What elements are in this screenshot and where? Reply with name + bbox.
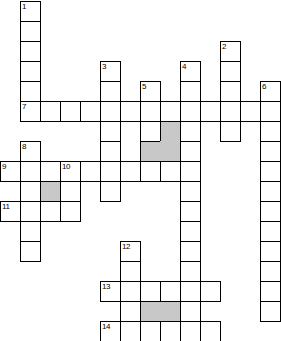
crossword-cell[interactable]	[60, 101, 81, 122]
crossword-cell[interactable]	[240, 101, 261, 122]
crossword-cell[interactable]	[260, 101, 281, 122]
crossword-cell[interactable]	[260, 281, 281, 302]
crossword-cell[interactable]	[180, 81, 201, 102]
crossword-cell[interactable]	[20, 221, 41, 242]
crossword-cell[interactable]	[260, 221, 281, 242]
crossword-cell[interactable]	[120, 161, 141, 182]
crossword-cell[interactable]	[180, 261, 201, 282]
crossword-cell[interactable]	[220, 81, 241, 102]
crossword-cell[interactable]	[40, 101, 61, 122]
crossword-cell[interactable]	[260, 201, 281, 222]
crossword-cell[interactable]	[20, 81, 41, 102]
crossword-grid: 1234567891011121314	[0, 1, 280, 341]
crossword-cell[interactable]	[80, 161, 101, 182]
crossword-cell[interactable]	[140, 281, 161, 302]
clue-number: 5	[142, 82, 146, 91]
crossword-cell[interactable]	[140, 121, 161, 142]
clue-number: 9	[2, 162, 6, 171]
clue-number: 7	[22, 102, 26, 111]
crossword-cell[interactable]	[20, 41, 41, 62]
crossword-cell[interactable]	[260, 241, 281, 262]
crossword-page: 1234567891011121314	[0, 0, 281, 341]
crossword-cell[interactable]	[180, 101, 201, 122]
crossword-cell[interactable]	[80, 101, 101, 122]
clue-number: 14	[102, 322, 110, 331]
crossword-cell[interactable]	[260, 181, 281, 202]
crossword-cell[interactable]	[180, 141, 201, 162]
crossword-cell[interactable]: 2	[220, 41, 241, 62]
crossword-cell[interactable]: 4	[180, 61, 201, 82]
crossword-cell[interactable]	[200, 101, 221, 122]
crossword-cell[interactable]	[160, 101, 181, 122]
crossword-cell[interactable]	[20, 21, 41, 42]
clue-number: 1	[22, 2, 26, 11]
crossword-cell[interactable]	[160, 321, 181, 341]
crossword-cell[interactable]	[120, 301, 141, 322]
crossword-cell[interactable]	[40, 201, 61, 222]
shaded-cell[interactable]	[160, 141, 181, 162]
crossword-cell[interactable]	[200, 281, 221, 302]
crossword-cell[interactable]	[160, 281, 181, 302]
clue-number: 3	[102, 62, 106, 71]
crossword-cell[interactable]	[100, 101, 121, 122]
shaded-cell[interactable]	[140, 301, 161, 322]
crossword-cell[interactable]	[260, 141, 281, 162]
crossword-cell[interactable]	[220, 121, 241, 142]
crossword-cell[interactable]: 7	[20, 101, 41, 122]
clue-number: 11	[2, 202, 10, 211]
crossword-cell[interactable]	[20, 241, 41, 262]
crossword-cell[interactable]	[260, 161, 281, 182]
crossword-cell[interactable]	[260, 301, 281, 322]
crossword-cell[interactable]	[100, 121, 121, 142]
crossword-cell[interactable]: 1	[20, 1, 41, 22]
crossword-cell[interactable]	[100, 141, 121, 162]
crossword-cell[interactable]	[120, 261, 141, 282]
clue-number: 6	[262, 82, 266, 91]
crossword-cell[interactable]	[40, 161, 61, 182]
clue-number: 13	[102, 282, 110, 291]
clue-number: 12	[122, 242, 130, 251]
crossword-cell[interactable]	[20, 161, 41, 182]
crossword-cell[interactable]: 14	[100, 321, 121, 341]
crossword-cell[interactable]	[20, 181, 41, 202]
crossword-cell[interactable]	[220, 101, 241, 122]
crossword-cell[interactable]: 12	[120, 241, 141, 262]
crossword-cell[interactable]	[180, 201, 201, 222]
crossword-cell[interactable]	[100, 81, 121, 102]
crossword-cell[interactable]	[140, 101, 161, 122]
crossword-cell[interactable]	[160, 161, 181, 182]
crossword-cell[interactable]	[180, 161, 201, 182]
crossword-cell[interactable]	[140, 161, 161, 182]
crossword-cell[interactable]: 6	[260, 81, 281, 102]
crossword-cell[interactable]	[180, 181, 201, 202]
crossword-cell[interactable]	[260, 261, 281, 282]
crossword-cell[interactable]	[180, 301, 201, 322]
crossword-cell[interactable]	[180, 321, 201, 341]
shaded-cell[interactable]	[160, 301, 181, 322]
crossword-cell[interactable]	[260, 121, 281, 142]
crossword-cell[interactable]	[120, 321, 141, 341]
crossword-cell[interactable]	[180, 221, 201, 242]
crossword-cell[interactable]: 3	[100, 61, 121, 82]
crossword-cell[interactable]	[20, 61, 41, 82]
crossword-cell[interactable]	[120, 101, 141, 122]
crossword-cell[interactable]	[180, 281, 201, 302]
crossword-cell[interactable]	[220, 61, 241, 82]
shaded-cell[interactable]	[140, 141, 161, 162]
clue-number: 2	[222, 42, 226, 51]
crossword-cell[interactable]	[100, 161, 121, 182]
clue-number: 8	[22, 142, 26, 151]
shaded-cell[interactable]	[40, 181, 61, 202]
crossword-cell[interactable]	[20, 201, 41, 222]
crossword-cell[interactable]: 8	[20, 141, 41, 162]
shaded-cell[interactable]	[160, 121, 181, 142]
crossword-cell[interactable]: 5	[140, 81, 161, 102]
crossword-cell[interactable]	[60, 201, 81, 222]
crossword-cell[interactable]	[120, 281, 141, 302]
crossword-cell[interactable]: 13	[100, 281, 121, 302]
crossword-cell[interactable]: 9	[0, 161, 21, 182]
clue-number: 4	[182, 62, 186, 71]
crossword-cell[interactable]	[60, 181, 81, 202]
crossword-cell[interactable]	[140, 321, 161, 341]
crossword-cell[interactable]: 10	[60, 161, 81, 182]
crossword-cell[interactable]: 11	[0, 201, 21, 222]
crossword-cell[interactable]	[180, 241, 201, 262]
crossword-cell[interactable]	[100, 181, 121, 202]
crossword-cell[interactable]	[200, 321, 221, 341]
clue-number: 10	[62, 162, 70, 171]
crossword-cell[interactable]	[180, 121, 201, 142]
